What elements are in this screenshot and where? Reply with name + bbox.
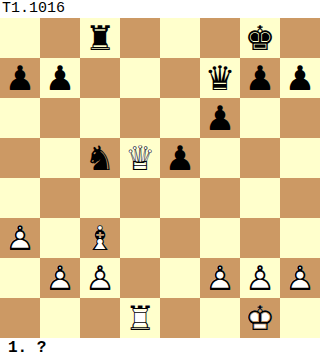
black-knight-icon: ♞ xyxy=(80,138,120,178)
square-h6[interactable] xyxy=(280,98,320,138)
square-b6[interactable] xyxy=(40,98,80,138)
square-e2[interactable] xyxy=(160,258,200,298)
piece-outline: ♙ xyxy=(240,258,280,298)
square-d7[interactable] xyxy=(120,58,160,98)
chess-board: ♜♚♟♟♛♟♟♟♞♛♕♟♟♙♝♗♟♙♟♙♟♙♟♙♟♙♜♖♚♔ xyxy=(0,18,320,338)
piece-outline: ♖ xyxy=(120,298,160,338)
white-pawn-icon: ♟♙ xyxy=(200,258,240,298)
square-g6[interactable] xyxy=(240,98,280,138)
square-h7[interactable]: ♟ xyxy=(280,58,320,98)
square-f2[interactable]: ♟♙ xyxy=(200,258,240,298)
piece-outline: ♙ xyxy=(0,218,40,258)
square-a7[interactable]: ♟ xyxy=(0,58,40,98)
piece-outline: ♙ xyxy=(40,258,80,298)
square-b5[interactable] xyxy=(40,138,80,178)
square-h1[interactable] xyxy=(280,298,320,338)
square-a5[interactable] xyxy=(0,138,40,178)
white-king-icon: ♚♔ xyxy=(240,298,280,338)
square-h2[interactable]: ♟♙ xyxy=(280,258,320,298)
white-pawn-icon: ♟♙ xyxy=(0,218,40,258)
square-e6[interactable] xyxy=(160,98,200,138)
piece-outline: ♗ xyxy=(80,218,120,258)
square-b1[interactable] xyxy=(40,298,80,338)
square-b7[interactable]: ♟ xyxy=(40,58,80,98)
square-d5[interactable]: ♛♕ xyxy=(120,138,160,178)
square-g2[interactable]: ♟♙ xyxy=(240,258,280,298)
square-c5[interactable]: ♞ xyxy=(80,138,120,178)
square-e5[interactable]: ♟ xyxy=(160,138,200,178)
square-c1[interactable] xyxy=(80,298,120,338)
square-h8[interactable] xyxy=(280,18,320,58)
square-g4[interactable] xyxy=(240,178,280,218)
white-pawn-icon: ♟♙ xyxy=(240,258,280,298)
black-pawn-icon: ♟ xyxy=(200,98,240,138)
white-rook-icon: ♜♖ xyxy=(120,298,160,338)
square-h3[interactable] xyxy=(280,218,320,258)
white-pawn-icon: ♟♙ xyxy=(280,258,320,298)
square-e8[interactable] xyxy=(160,18,200,58)
square-a1[interactable] xyxy=(0,298,40,338)
black-rook-icon: ♜ xyxy=(80,18,120,58)
piece-outline: ♙ xyxy=(280,258,320,298)
piece-outline: ♔ xyxy=(240,298,280,338)
square-c7[interactable] xyxy=(80,58,120,98)
square-f1[interactable] xyxy=(200,298,240,338)
white-bishop-icon: ♝♗ xyxy=(80,218,120,258)
square-d6[interactable] xyxy=(120,98,160,138)
square-e3[interactable] xyxy=(160,218,200,258)
square-d3[interactable] xyxy=(120,218,160,258)
square-b4[interactable] xyxy=(40,178,80,218)
square-e7[interactable] xyxy=(160,58,200,98)
move-prompt: 1. ? xyxy=(0,338,320,360)
square-c2[interactable]: ♟♙ xyxy=(80,258,120,298)
square-c3[interactable]: ♝♗ xyxy=(80,218,120,258)
square-a8[interactable] xyxy=(0,18,40,58)
white-pawn-icon: ♟♙ xyxy=(80,258,120,298)
black-king-icon: ♚ xyxy=(240,18,280,58)
piece-outline: ♙ xyxy=(80,258,120,298)
square-f8[interactable] xyxy=(200,18,240,58)
square-d4[interactable] xyxy=(120,178,160,218)
black-pawn-icon: ♟ xyxy=(160,138,200,178)
black-pawn-icon: ♟ xyxy=(240,58,280,98)
square-c6[interactable] xyxy=(80,98,120,138)
square-g5[interactable] xyxy=(240,138,280,178)
white-queen-icon: ♛♕ xyxy=(120,138,160,178)
square-f6[interactable]: ♟ xyxy=(200,98,240,138)
square-f5[interactable] xyxy=(200,138,240,178)
square-c8[interactable]: ♜ xyxy=(80,18,120,58)
square-g1[interactable]: ♚♔ xyxy=(240,298,280,338)
square-a6[interactable] xyxy=(0,98,40,138)
square-b2[interactable]: ♟♙ xyxy=(40,258,80,298)
square-a2[interactable] xyxy=(0,258,40,298)
square-h4[interactable] xyxy=(280,178,320,218)
black-pawn-icon: ♟ xyxy=(280,58,320,98)
square-h5[interactable] xyxy=(280,138,320,178)
piece-outline: ♕ xyxy=(120,138,160,178)
black-queen-icon: ♛ xyxy=(200,58,240,98)
black-pawn-icon: ♟ xyxy=(40,58,80,98)
square-f7[interactable]: ♛ xyxy=(200,58,240,98)
piece-outline: ♙ xyxy=(200,258,240,298)
square-a3[interactable]: ♟♙ xyxy=(0,218,40,258)
square-g8[interactable]: ♚ xyxy=(240,18,280,58)
white-pawn-icon: ♟♙ xyxy=(40,258,80,298)
puzzle-title: T1.1016 xyxy=(0,0,320,18)
square-b8[interactable] xyxy=(40,18,80,58)
square-a4[interactable] xyxy=(0,178,40,218)
square-f4[interactable] xyxy=(200,178,240,218)
square-e4[interactable] xyxy=(160,178,200,218)
square-d2[interactable] xyxy=(120,258,160,298)
square-f3[interactable] xyxy=(200,218,240,258)
square-e1[interactable] xyxy=(160,298,200,338)
square-g7[interactable]: ♟ xyxy=(240,58,280,98)
square-g3[interactable] xyxy=(240,218,280,258)
square-c4[interactable] xyxy=(80,178,120,218)
black-pawn-icon: ♟ xyxy=(0,58,40,98)
square-d1[interactable]: ♜♖ xyxy=(120,298,160,338)
square-d8[interactable] xyxy=(120,18,160,58)
square-b3[interactable] xyxy=(40,218,80,258)
